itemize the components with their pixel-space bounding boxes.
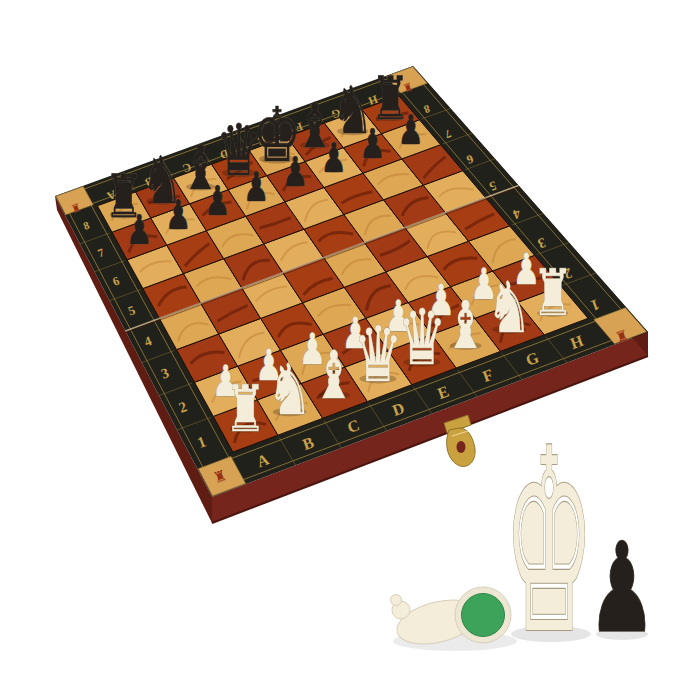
piece-black-P-g7: ♟: [359, 120, 385, 167]
loose-black-pawn: ♟: [588, 516, 657, 660]
piece-black-P-c7: ♟: [204, 177, 230, 224]
piece-white-Q-d1: ♛: [353, 310, 402, 400]
piece-white-Q-e1: ♛: [397, 293, 446, 383]
piece-black-P-d7: ♟: [243, 163, 269, 210]
lying-piece-felt-base: [462, 594, 505, 637]
piece-white-R-h1: ♜: [532, 256, 573, 331]
piece-black-P-b7: ♟: [165, 191, 191, 238]
piece-white-B-f1: ♝: [444, 286, 487, 364]
piece-white-N-g1: ♞: [486, 266, 531, 347]
piece-black-P-f7: ♟: [321, 134, 347, 181]
clasp-pendant-hole: [457, 441, 466, 453]
piece-black-P-e7: ♟: [282, 149, 308, 196]
piece-white-N-b1: ♞: [267, 349, 312, 430]
piece-black-P-a7: ♟: [126, 206, 152, 253]
piece-white-R-a1: ♜: [225, 371, 266, 446]
lying-piece-knob: [391, 595, 402, 606]
chess-board-photo: ♜♜♜♜AABBCCDDEEFFGGHH1122334455667788♜♞♟♝…: [0, 0, 700, 700]
loose-white-king: ♚: [503, 394, 594, 691]
piece-black-P-h7: ♟: [398, 106, 424, 153]
piece-white-B-c1: ♝: [313, 336, 356, 414]
chess-set-product-photo: chess ♜♜♜♜AABBCCDDEEFFGGHH11223344556677…: [0, 0, 700, 700]
